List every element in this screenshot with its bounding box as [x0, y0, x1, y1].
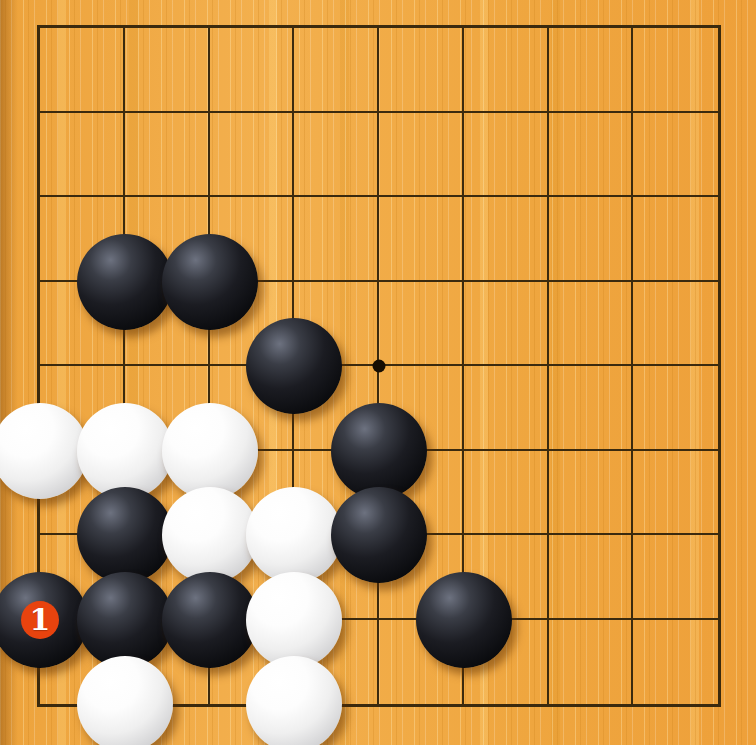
black-stone — [162, 234, 258, 330]
grid-cell — [549, 282, 634, 367]
white-stone — [77, 403, 173, 499]
grid-cell — [633, 197, 718, 282]
grid-cell — [549, 366, 634, 451]
black-stone — [246, 318, 342, 414]
grid-cell — [633, 28, 718, 113]
grid-cell — [549, 451, 634, 536]
grid-cell — [549, 620, 634, 705]
grid-cell — [379, 197, 464, 282]
white-stone — [246, 487, 342, 583]
grid-cell — [633, 282, 718, 367]
star-point — [373, 360, 386, 373]
white-stone — [246, 572, 342, 668]
black-stone — [331, 487, 427, 583]
white-stone — [162, 403, 258, 499]
grid-cell — [40, 28, 125, 113]
grid-cell — [633, 620, 718, 705]
grid-cell — [379, 113, 464, 198]
grid-cell — [464, 366, 549, 451]
black-stone — [162, 572, 258, 668]
grid-cell — [464, 28, 549, 113]
black-stone — [77, 572, 173, 668]
grid-cell — [464, 282, 549, 367]
white-stone — [246, 656, 342, 745]
grid-cell — [210, 113, 295, 198]
grid-cell — [633, 451, 718, 536]
grid-cell — [549, 28, 634, 113]
black-stone — [416, 572, 512, 668]
black-stone — [77, 234, 173, 330]
grid-cell — [549, 197, 634, 282]
grid-cell — [294, 197, 379, 282]
grid-cell — [549, 113, 634, 198]
grid-cell — [633, 535, 718, 620]
white-stone — [77, 656, 173, 745]
move-number-marker: 1 — [21, 601, 59, 639]
grid-cell — [633, 113, 718, 198]
grid-cell — [40, 113, 125, 198]
grid-cell — [464, 197, 549, 282]
grid-cell — [125, 28, 210, 113]
white-stone — [162, 487, 258, 583]
black-stone — [77, 487, 173, 583]
go-board[interactable]: 1 — [0, 0, 756, 745]
grid-cell — [294, 28, 379, 113]
grid-cell — [294, 113, 379, 198]
grid-cell — [379, 282, 464, 367]
grid-cell — [125, 113, 210, 198]
grid-cell — [549, 535, 634, 620]
grid-cell — [464, 113, 549, 198]
grid-cell — [464, 451, 549, 536]
grid-cell — [379, 28, 464, 113]
grid-cell — [633, 366, 718, 451]
grid-cell — [210, 28, 295, 113]
black-stone — [331, 403, 427, 499]
